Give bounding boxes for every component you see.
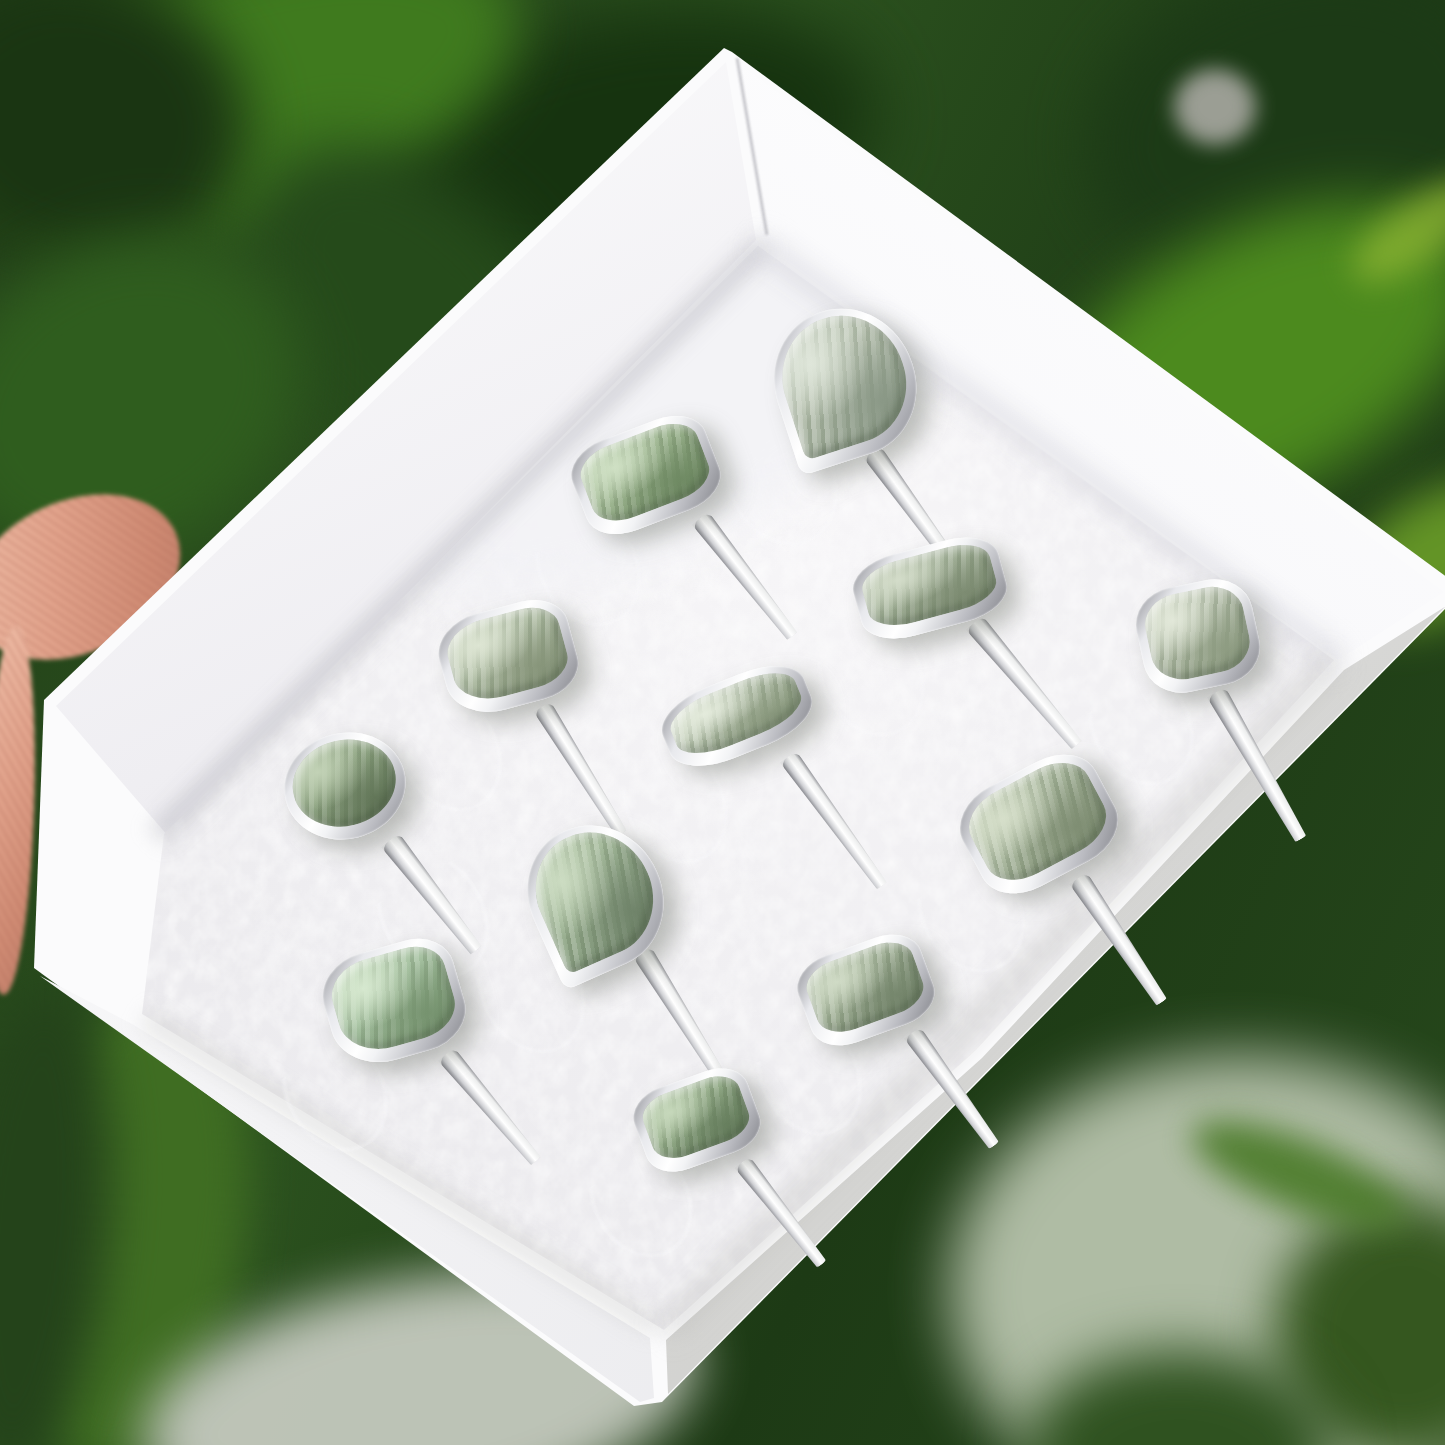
ring-band bbox=[780, 750, 891, 892]
moldavite-stone bbox=[663, 662, 808, 764]
moldavite-stone bbox=[1140, 581, 1256, 686]
ring-band bbox=[633, 946, 731, 1085]
moldavite-stone bbox=[958, 750, 1118, 893]
ring-band bbox=[904, 1026, 1003, 1152]
moldavite-stone bbox=[441, 600, 574, 707]
ring-stone-bezel bbox=[430, 591, 585, 722]
moldavite-stone bbox=[800, 934, 930, 1040]
ring-band bbox=[734, 1156, 830, 1271]
ring-band bbox=[1069, 872, 1171, 1009]
ring-band bbox=[965, 615, 1085, 752]
ring-band bbox=[533, 700, 630, 838]
moldavite-stone bbox=[637, 1069, 755, 1166]
photo-root bbox=[0, 0, 1445, 1445]
moldavite-stone bbox=[573, 415, 716, 530]
moldavite-stone bbox=[283, 729, 405, 838]
ring-band bbox=[1206, 687, 1310, 845]
moldavite-stone bbox=[766, 299, 922, 460]
ring-band bbox=[438, 1047, 545, 1168]
moldavite-stone bbox=[324, 939, 463, 1060]
rings-group bbox=[0, 0, 1445, 1445]
